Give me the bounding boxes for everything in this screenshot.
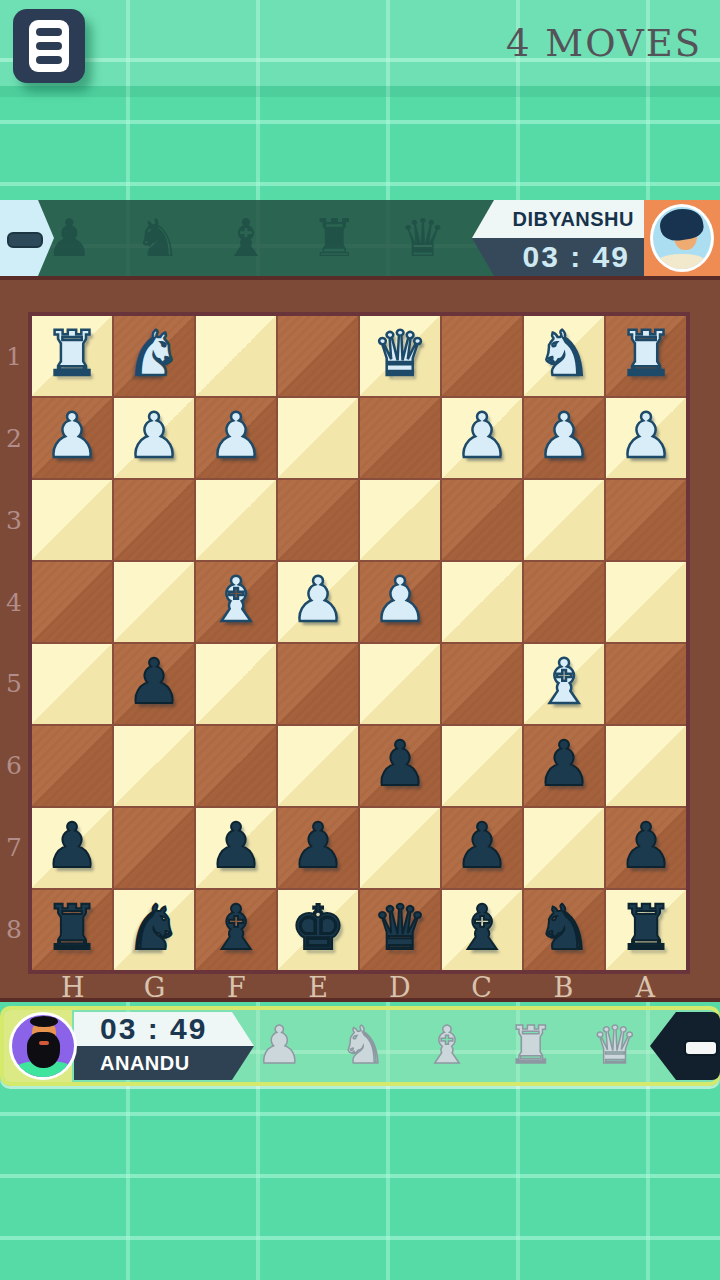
chess-board: 12345678 ♜♞♛♞♜♟♟♟♟♟♟♝♟♟♟♝♟♟♟♟♟♟♟♜♞♝♚♛♝♞♜… — [0, 276, 720, 1002]
piece-black-pawn: ♟ — [618, 815, 674, 877]
piece-black-knight: ♞ — [536, 897, 592, 959]
captured-queen-icon: ♛ — [399, 212, 446, 264]
player-timer-band: 03 : 49 — [74, 1012, 254, 1046]
avatar-mouth — [39, 1041, 49, 1045]
piece-black-pawn: ♟ — [44, 815, 100, 877]
square-h7[interactable]: ♟ — [32, 808, 112, 888]
piece-white-rook: ♜ — [44, 323, 100, 385]
opponent-bar: ♟♞♝♜♛ DIBYANSHU 03 : 49 — [0, 200, 720, 276]
piece-black-pawn: ♟ — [126, 651, 182, 713]
square-h4[interactable] — [32, 562, 112, 642]
piece-black-bishop: ♝ — [454, 897, 510, 959]
tray-collapse-button-bottom[interactable] — [650, 1012, 720, 1080]
square-d5[interactable] — [360, 644, 440, 724]
square-c5[interactable] — [442, 644, 522, 724]
square-c4[interactable] — [442, 562, 522, 642]
player-nameplate: 03 : 49 ANANDU — [74, 1012, 254, 1080]
square-f4[interactable]: ♝ — [196, 562, 276, 642]
piece-white-pawn: ♟ — [536, 405, 592, 467]
rank-label-4: 4 — [0, 561, 28, 643]
file-label-e: E — [277, 972, 359, 1003]
rank-label-7: 7 — [0, 807, 28, 889]
opponent-name: DIBYANSHU — [512, 208, 634, 231]
square-c8[interactable]: ♝ — [442, 890, 522, 970]
player-avatar[interactable] — [9, 1012, 77, 1080]
avatar-beard — [27, 1032, 60, 1068]
square-a4[interactable] — [606, 562, 686, 642]
avatar-hair — [658, 206, 705, 243]
square-e3[interactable] — [278, 480, 358, 560]
piece-black-rook: ♜ — [618, 897, 674, 959]
piece-black-pawn: ♟ — [208, 815, 264, 877]
menu-button[interactable] — [13, 9, 85, 83]
opponent-timer-band: 03 : 49 — [458, 238, 644, 276]
square-f7[interactable]: ♟ — [196, 808, 276, 888]
square-g1[interactable]: ♞ — [114, 316, 194, 396]
piece-white-rook: ♜ — [618, 323, 674, 385]
avatar-shirt — [654, 254, 710, 272]
piece-black-queen: ♛ — [372, 897, 428, 959]
square-g6[interactable] — [114, 726, 194, 806]
square-h8[interactable]: ♜ — [32, 890, 112, 970]
avatar-circle — [650, 204, 714, 272]
captured-tray-bottom: ♟♞♝♜♛ — [256, 1010, 638, 1080]
square-f3[interactable] — [196, 480, 276, 560]
square-c2[interactable]: ♟ — [442, 398, 522, 478]
avatar-hair — [30, 1016, 58, 1027]
square-g2[interactable]: ♟ — [114, 398, 194, 478]
square-a2[interactable]: ♟ — [606, 398, 686, 478]
square-g3[interactable] — [114, 480, 194, 560]
rank-labels: 12345678 — [0, 316, 28, 970]
square-f5[interactable] — [196, 644, 276, 724]
square-e2[interactable] — [278, 398, 358, 478]
piece-black-pawn: ♟ — [290, 815, 346, 877]
hamburger-icon — [29, 20, 69, 72]
square-c1[interactable] — [442, 316, 522, 396]
piece-white-pawn: ♟ — [208, 405, 264, 467]
square-b2[interactable]: ♟ — [524, 398, 604, 478]
file-label-a: A — [604, 972, 686, 1003]
captured-knight-icon: ♞ — [134, 212, 181, 264]
hamburger-bar — [36, 28, 62, 36]
square-b7[interactable] — [524, 808, 604, 888]
square-h6[interactable] — [32, 726, 112, 806]
rank-label-5: 5 — [0, 643, 28, 725]
captured-queen-icon: ♛ — [591, 1019, 638, 1071]
square-e6[interactable] — [278, 726, 358, 806]
piece-white-pawn: ♟ — [618, 405, 674, 467]
captured-pawn-icon: ♟ — [256, 1019, 303, 1071]
player-name-band: ANANDU — [74, 1046, 254, 1080]
file-label-g: G — [114, 972, 196, 1003]
piece-white-pawn: ♟ — [126, 405, 182, 467]
square-g4[interactable] — [114, 562, 194, 642]
square-d1[interactable]: ♛ — [360, 316, 440, 396]
rank-label-2: 2 — [0, 398, 28, 480]
square-b3[interactable] — [524, 480, 604, 560]
piece-white-pawn: ♟ — [454, 405, 510, 467]
square-b5[interactable]: ♝ — [524, 644, 604, 724]
captured-rook-icon: ♜ — [311, 212, 358, 264]
piece-black-knight: ♞ — [126, 897, 182, 959]
square-b6[interactable]: ♟ — [524, 726, 604, 806]
minus-icon — [684, 1040, 718, 1056]
square-c7[interactable]: ♟ — [442, 808, 522, 888]
captured-rook-icon: ♜ — [508, 1019, 555, 1071]
square-f1[interactable] — [196, 316, 276, 396]
piece-black-bishop: ♝ — [208, 897, 264, 959]
piece-white-knight: ♞ — [126, 323, 182, 385]
square-a6[interactable] — [606, 726, 686, 806]
square-e7[interactable]: ♟ — [278, 808, 358, 888]
square-g5[interactable]: ♟ — [114, 644, 194, 724]
file-label-c: C — [441, 972, 523, 1003]
square-e4[interactable]: ♟ — [278, 562, 358, 642]
square-g8[interactable]: ♞ — [114, 890, 194, 970]
piece-white-queen: ♛ — [372, 323, 428, 385]
piece-white-pawn: ♟ — [372, 569, 428, 631]
square-c3[interactable] — [442, 480, 522, 560]
captured-tray-top: ♟♞♝♜♛ — [46, 200, 446, 276]
rank-label-8: 8 — [0, 888, 28, 970]
moves-counter: 4 MOVES — [506, 22, 702, 65]
file-label-d: D — [359, 972, 441, 1003]
piece-black-pawn: ♟ — [536, 733, 592, 795]
square-b4[interactable] — [524, 562, 604, 642]
square-f6[interactable] — [196, 726, 276, 806]
square-h2[interactable]: ♟ — [32, 398, 112, 478]
app-screen: 4 MOVES ♟♞♝♜♛ DIBYANSHU 03 : 49 12345678… — [0, 0, 720, 1280]
avatar-circle — [9, 1012, 77, 1080]
captured-knight-icon: ♞ — [340, 1019, 387, 1071]
rank-label-3: 3 — [0, 480, 28, 562]
square-a7[interactable]: ♟ — [606, 808, 686, 888]
minus-icon — [7, 232, 43, 248]
file-label-b: B — [523, 972, 605, 1003]
square-d7[interactable] — [360, 808, 440, 888]
square-e8[interactable]: ♚ — [278, 890, 358, 970]
square-d2[interactable] — [360, 398, 440, 478]
file-labels: HGFEDCBA — [32, 972, 686, 1002]
piece-white-knight: ♞ — [536, 323, 592, 385]
square-d4[interactable]: ♟ — [360, 562, 440, 642]
square-d8[interactable]: ♛ — [360, 890, 440, 970]
square-a5[interactable] — [606, 644, 686, 724]
square-d6[interactable]: ♟ — [360, 726, 440, 806]
square-a8[interactable]: ♜ — [606, 890, 686, 970]
board-squares: ♜♞♛♞♜♟♟♟♟♟♟♝♟♟♟♝♟♟♟♟♟♟♟♜♞♝♚♛♝♞♜ — [28, 312, 690, 974]
piece-black-pawn: ♟ — [454, 815, 510, 877]
piece-black-rook: ♜ — [44, 897, 100, 959]
piece-black-pawn: ♟ — [372, 733, 428, 795]
rank-label-1: 1 — [0, 316, 28, 398]
square-c6[interactable] — [442, 726, 522, 806]
square-h5[interactable] — [32, 644, 112, 724]
square-b8[interactable]: ♞ — [524, 890, 604, 970]
opponent-nameplate: DIBYANSHU 03 : 49 — [458, 200, 644, 276]
square-b1[interactable]: ♞ — [524, 316, 604, 396]
opponent-avatar[interactable] — [644, 200, 720, 276]
piece-black-king: ♚ — [290, 897, 346, 959]
opponent-timer: 03 : 49 — [523, 240, 630, 274]
hamburger-bar — [36, 42, 62, 50]
square-h3[interactable] — [32, 480, 112, 560]
square-h1[interactable]: ♜ — [32, 316, 112, 396]
player-bar: 03 : 49 ANANDU ♟♞♝♜♛ — [0, 1006, 720, 1086]
hamburger-bar — [36, 56, 62, 64]
square-g7[interactable] — [114, 808, 194, 888]
file-label-f: F — [196, 972, 278, 1003]
square-d3[interactable] — [360, 480, 440, 560]
square-e5[interactable] — [278, 644, 358, 724]
player-name: ANANDU — [100, 1052, 190, 1075]
piece-white-bishop: ♝ — [536, 651, 592, 713]
piece-white-pawn: ♟ — [290, 569, 346, 631]
square-f8[interactable]: ♝ — [196, 890, 276, 970]
player-timer: 03 : 49 — [100, 1012, 207, 1046]
captured-bishop-icon: ♝ — [424, 1019, 471, 1071]
square-a1[interactable]: ♜ — [606, 316, 686, 396]
square-e1[interactable] — [278, 316, 358, 396]
piece-white-pawn: ♟ — [44, 405, 100, 467]
piece-white-bishop: ♝ — [208, 569, 264, 631]
square-f2[interactable]: ♟ — [196, 398, 276, 478]
file-label-h: H — [32, 972, 114, 1003]
square-a3[interactable] — [606, 480, 686, 560]
opponent-name-band: DIBYANSHU — [458, 200, 644, 238]
captured-bishop-icon: ♝ — [223, 212, 270, 264]
rank-label-6: 6 — [0, 725, 28, 807]
